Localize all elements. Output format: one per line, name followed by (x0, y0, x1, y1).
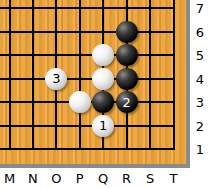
grid-line-horizontal-4 (0, 78, 175, 80)
stone-white-Q5[interactable] (92, 44, 114, 66)
coord-label-column-T: T (166, 171, 182, 186)
coord-label-row-5: 5 (192, 48, 208, 63)
grid-line-vertical-N (32, 0, 34, 150)
go-board[interactable]: 321 (0, 0, 190, 168)
stone-black-R6[interactable] (116, 21, 138, 43)
stone-move-number: 3 (52, 72, 60, 85)
grid-line-vertical-S (149, 0, 151, 150)
coord-label-column-M: M (2, 171, 18, 186)
grid-line-horizontal-6 (0, 31, 175, 33)
stone-white-Q2-move-1[interactable]: 1 (92, 115, 114, 137)
grid-line-vertical-M (9, 0, 11, 150)
grid-line-vertical-P (79, 0, 81, 150)
stone-black-R4[interactable] (116, 68, 138, 90)
coord-label-row-7: 7 (192, 1, 208, 16)
coord-label-row-6: 6 (192, 25, 208, 40)
coord-label-column-S: S (142, 171, 158, 186)
stone-black-R5[interactable] (116, 44, 138, 66)
coord-label-column-Q: Q (95, 171, 111, 186)
coord-label-row-1: 1 (192, 142, 208, 157)
grid-line-horizontal-5 (0, 54, 175, 56)
go-diagram: 321 MNOPQRST7654321 (0, 0, 212, 188)
stone-move-number: 1 (99, 119, 107, 132)
stone-black-Q3[interactable] (92, 91, 114, 113)
stone-white-O4-move-3[interactable]: 3 (45, 68, 67, 90)
stone-white-P3[interactable] (69, 91, 91, 113)
coord-label-column-O: O (48, 171, 64, 186)
coord-label-column-R: R (119, 171, 135, 186)
grid-line-horizontal-1 (0, 148, 175, 150)
stone-move-number: 2 (123, 96, 131, 109)
coord-label-row-3: 3 (192, 95, 208, 110)
coord-label-row-2: 2 (192, 119, 208, 134)
coord-label-column-P: P (72, 171, 88, 186)
coord-label-column-N: N (25, 171, 41, 186)
grid-line-horizontal-7 (0, 7, 175, 9)
coord-label-row-4: 4 (192, 72, 208, 87)
grid-line-horizontal-2 (0, 125, 175, 127)
stone-white-Q4[interactable] (92, 68, 114, 90)
grid-line-vertical-T (173, 0, 175, 150)
stone-black-R3-move-2[interactable]: 2 (116, 91, 138, 113)
